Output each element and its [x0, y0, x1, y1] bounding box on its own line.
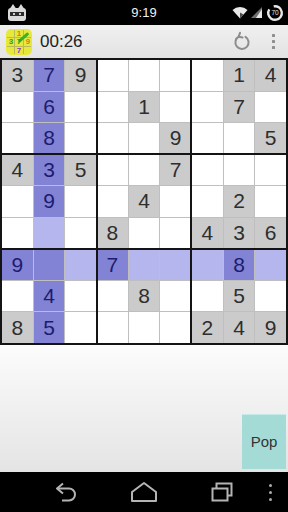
cell-r6c8[interactable]: 3	[224, 218, 255, 249]
cell-r1c3[interactable]: 9	[65, 60, 96, 91]
cell-r2c3[interactable]	[65, 92, 96, 123]
pop-button[interactable]: Pop	[242, 414, 286, 469]
phone-screen: 9:19 70 13797 00:26	[0, 0, 288, 512]
cell-r7c9[interactable]	[255, 249, 286, 280]
cell-r1c1[interactable]: 3	[2, 60, 33, 91]
cell-r2c5[interactable]: 1	[129, 92, 160, 123]
undo-icon	[231, 31, 253, 53]
app-icon-digit: 7	[17, 38, 21, 46]
cell-r1c2[interactable]: 7	[34, 60, 65, 91]
cell-r1c8[interactable]: 1	[224, 60, 255, 91]
battery-icon: 70	[266, 4, 284, 22]
cell-r2c4[interactable]	[97, 92, 128, 123]
cell-r8c1[interactable]	[2, 281, 33, 312]
cell-r5c3[interactable]	[65, 186, 96, 217]
cell-r5c6[interactable]	[160, 186, 191, 217]
cell-r5c8[interactable]: 2	[224, 186, 255, 217]
cell-r8c2[interactable]: 4	[34, 281, 65, 312]
cell-r9c2[interactable]: 5	[34, 312, 65, 343]
cell-r9c7[interactable]: 2	[192, 312, 223, 343]
cell-r2c8[interactable]: 7	[224, 92, 255, 123]
cell-r7c1[interactable]: 9	[2, 249, 33, 280]
cell-r4c7[interactable]	[192, 155, 223, 186]
cell-r2c6[interactable]	[160, 92, 191, 123]
recents-icon	[209, 481, 235, 503]
cell-r8c8[interactable]: 5	[224, 281, 255, 312]
cell-r4c3[interactable]: 5	[65, 155, 96, 186]
cell-r7c5[interactable]	[129, 249, 160, 280]
wifi-icon	[232, 6, 248, 19]
cell-r7c4[interactable]: 7	[97, 249, 128, 280]
block-divider	[2, 153, 286, 155]
app-icon-digit: 3	[9, 38, 13, 46]
cyanogenmod-mascot-icon	[6, 4, 28, 22]
cell-r6c4[interactable]: 8	[97, 218, 128, 249]
cell-r6c5[interactable]	[129, 218, 160, 249]
cell-r6c2[interactable]	[34, 218, 65, 249]
cell-r3c9[interactable]: 5	[255, 123, 286, 154]
cell-r1c5[interactable]	[129, 60, 160, 91]
cell-r8c7[interactable]	[192, 281, 223, 312]
cell-r6c6[interactable]	[160, 218, 191, 249]
cell-r8c4[interactable]	[97, 281, 128, 312]
cell-r2c9[interactable]	[255, 92, 286, 123]
cell-r4c8[interactable]	[224, 155, 255, 186]
back-button[interactable]	[46, 472, 86, 512]
cell-r9c1[interactable]: 8	[2, 312, 33, 343]
home-icon	[129, 481, 159, 503]
battery-percent: 70	[266, 4, 284, 22]
nav-bar	[0, 472, 288, 512]
cell-r2c1[interactable]	[2, 92, 33, 123]
cell-r8c3[interactable]	[65, 281, 96, 312]
nav-menu-button[interactable]	[262, 472, 278, 512]
cell-r3c4[interactable]	[97, 123, 128, 154]
cell-r4c4[interactable]	[97, 155, 128, 186]
cell-r3c6[interactable]: 9	[160, 123, 191, 154]
cell-r4c1[interactable]: 4	[2, 155, 33, 186]
sudoku-app-icon: 13797	[6, 29, 32, 55]
app-icon-digit: 7	[17, 47, 21, 55]
cell-r3c3[interactable]	[65, 123, 96, 154]
cell-r8c5[interactable]: 8	[129, 281, 160, 312]
cell-r2c7[interactable]	[192, 92, 223, 123]
sudoku-board: 379146178954357942843697848585249	[0, 58, 288, 345]
cell-r9c6[interactable]	[160, 312, 191, 343]
recents-button[interactable]	[202, 472, 242, 512]
cell-r7c8[interactable]: 8	[224, 249, 255, 280]
cell-r1c6[interactable]	[160, 60, 191, 91]
sudoku-board-grid: 379146178954357942843697848585249	[2, 60, 286, 343]
cell-r3c2[interactable]: 8	[34, 123, 65, 154]
cell-r3c8[interactable]	[224, 123, 255, 154]
cell-r5c9[interactable]	[255, 186, 286, 217]
app-bar: 13797 00:26	[0, 25, 288, 58]
cell-r4c2[interactable]: 3	[34, 155, 65, 186]
cell-r7c2[interactable]	[34, 249, 65, 280]
cell-r5c5[interactable]: 4	[129, 186, 160, 217]
cell-r6c9[interactable]: 6	[255, 218, 286, 249]
cell-r8c6[interactable]	[160, 281, 191, 312]
cell-r8c9[interactable]	[255, 281, 286, 312]
cell-r4c9[interactable]	[255, 155, 286, 186]
cell-r5c7[interactable]	[192, 186, 223, 217]
cell-r9c8[interactable]: 4	[224, 312, 255, 343]
cell-r1c9[interactable]: 4	[255, 60, 286, 91]
cell-r2c2[interactable]: 6	[34, 92, 65, 123]
block-divider	[96, 60, 98, 343]
cell-r9c3[interactable]	[65, 312, 96, 343]
cell-r5c4[interactable]	[97, 186, 128, 217]
cell-r6c3[interactable]	[65, 218, 96, 249]
cell-r4c6[interactable]: 7	[160, 155, 191, 186]
signal-icon	[251, 7, 263, 19]
cell-r6c1[interactable]	[2, 218, 33, 249]
back-icon	[53, 481, 79, 503]
content-area: Pop	[0, 345, 288, 472]
status-icons: 70	[232, 4, 284, 22]
cell-r7c3[interactable]	[65, 249, 96, 280]
block-divider	[2, 248, 286, 250]
block-divider	[190, 60, 192, 343]
cell-r9c4[interactable]	[97, 312, 128, 343]
game-timer: 00:26	[40, 32, 83, 52]
cell-r9c9[interactable]: 9	[255, 312, 286, 343]
cell-r1c7[interactable]	[192, 60, 223, 91]
status-bar: 9:19 70	[0, 0, 288, 25]
app-icon-digit: 9	[26, 38, 30, 46]
status-clock: 9:19	[131, 5, 156, 20]
cell-r3c5[interactable]	[129, 123, 160, 154]
cell-r7c6[interactable]	[160, 249, 191, 280]
cell-r3c7[interactable]	[192, 123, 223, 154]
cell-r1c4[interactable]	[97, 60, 128, 91]
cell-r6c7[interactable]: 4	[192, 218, 223, 249]
undo-button[interactable]	[225, 27, 259, 57]
cell-r5c1[interactable]	[2, 186, 33, 217]
cell-r5c2[interactable]: 9	[34, 186, 65, 217]
overflow-menu-button[interactable]	[259, 27, 287, 57]
cell-r7c7[interactable]	[192, 249, 223, 280]
cell-r4c5[interactable]	[129, 155, 160, 186]
home-button[interactable]	[124, 472, 164, 512]
cell-r9c5[interactable]	[129, 312, 160, 343]
cell-r3c1[interactable]	[2, 123, 33, 154]
